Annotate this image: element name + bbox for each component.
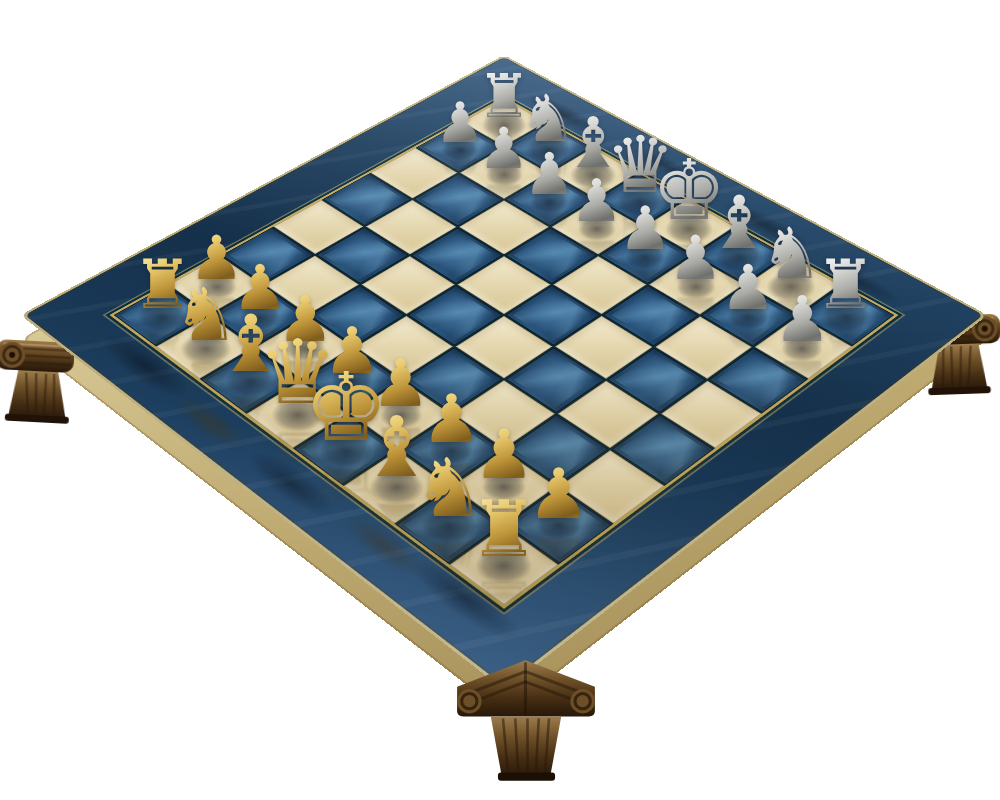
board-grid — [114, 99, 895, 605]
chess-board — [20, 55, 987, 690]
bronze-foot-bottom-icon — [452, 654, 600, 782]
chess-set-photo: ♜♜♞♞♝♝♛♛♚♚♝♝♞♞♜♜♟♟♟♟♟♟♟♟♟♟♟♟♟♟♟♟♟♟♟♟♟♟♟♟… — [0, 0, 1000, 800]
